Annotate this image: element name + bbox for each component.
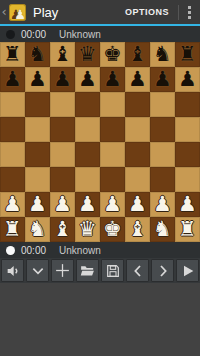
piece-black-pawn[interactable]: ♟ <box>103 67 122 92</box>
piece-black-bishop[interactable]: ♝ <box>53 42 72 67</box>
piece-black-pawn[interactable]: ♟ <box>78 67 97 92</box>
piece-white-bishop[interactable]: ♝ <box>128 217 147 242</box>
back-chevron-icon[interactable]: ‹ <box>0 0 8 24</box>
square-d1[interactable]: ♛ <box>75 217 100 242</box>
piece-white-pawn[interactable]: ♟ <box>128 192 147 217</box>
square-g5[interactable] <box>150 117 175 142</box>
square-a2[interactable]: ♟ <box>0 192 25 217</box>
black-clock: 00:00 <box>21 29 46 40</box>
square-e6[interactable] <box>100 92 125 117</box>
square-h3[interactable] <box>175 167 200 192</box>
piece-white-rook[interactable]: ♜ <box>3 217 22 242</box>
square-g6[interactable] <box>150 92 175 117</box>
square-b2[interactable]: ♟ <box>25 192 50 217</box>
square-f5[interactable] <box>125 117 150 142</box>
square-h2[interactable]: ♟ <box>175 192 200 217</box>
square-e2[interactable]: ♟ <box>100 192 125 217</box>
square-d5[interactable] <box>75 117 100 142</box>
piece-black-pawn[interactable]: ♟ <box>53 67 72 92</box>
square-d3[interactable] <box>75 167 100 192</box>
black-player-row: 00:00 Unknown <box>0 26 200 42</box>
volume-icon <box>5 263 21 279</box>
square-d6[interactable] <box>75 92 100 117</box>
save-button[interactable] <box>101 259 124 282</box>
piece-white-pawn[interactable]: ♟ <box>53 192 72 217</box>
piece-black-knight[interactable]: ♞ <box>28 42 47 67</box>
piece-black-queen[interactable]: ♛ <box>78 42 97 67</box>
square-c3[interactable] <box>50 167 75 192</box>
square-h1[interactable]: ♜ <box>175 217 200 242</box>
toolbar <box>0 258 200 283</box>
piece-black-rook[interactable]: ♜ <box>3 42 22 67</box>
piece-black-pawn[interactable]: ♟ <box>128 67 147 92</box>
white-player-row: 00:00 Unknown <box>0 242 200 258</box>
square-b1[interactable]: ♞ <box>25 217 50 242</box>
square-a3[interactable] <box>0 167 25 192</box>
piece-white-pawn[interactable]: ♟ <box>78 192 97 217</box>
square-d4[interactable] <box>75 142 100 167</box>
options-button[interactable]: OPTIONS <box>125 7 169 17</box>
open-button[interactable] <box>76 259 99 282</box>
square-a5[interactable] <box>0 117 25 142</box>
piece-black-pawn[interactable]: ♟ <box>178 67 197 92</box>
app-icon-light-pawn: ♟ <box>14 8 26 21</box>
square-f6[interactable] <box>125 92 150 117</box>
piece-white-king[interactable]: ♚ <box>103 217 122 242</box>
black-player-name: Unknown <box>59 29 101 40</box>
square-b8[interactable]: ♞ <box>25 42 50 67</box>
page-title: Play <box>33 5 58 20</box>
play-icon <box>180 263 196 279</box>
square-c8[interactable]: ♝ <box>50 42 75 67</box>
volume-button[interactable] <box>1 259 24 282</box>
piece-white-bishop[interactable]: ♝ <box>53 217 72 242</box>
square-a4[interactable] <box>0 142 25 167</box>
square-c4[interactable] <box>50 142 75 167</box>
piece-white-pawn[interactable]: ♟ <box>28 192 47 217</box>
overflow-menu-icon[interactable] <box>179 6 200 19</box>
square-b3[interactable] <box>25 167 50 192</box>
black-turn-indicator <box>6 30 15 39</box>
square-e7[interactable]: ♟ <box>100 67 125 92</box>
square-h4[interactable] <box>175 142 200 167</box>
next-move-button[interactable] <box>151 259 174 282</box>
square-e1[interactable]: ♚ <box>100 217 125 242</box>
square-f3[interactable] <box>125 167 150 192</box>
piece-white-rook[interactable]: ♜ <box>178 217 197 242</box>
square-f7[interactable]: ♟ <box>125 67 150 92</box>
piece-black-knight[interactable]: ♞ <box>153 42 172 67</box>
square-f2[interactable]: ♟ <box>125 192 150 217</box>
plus-icon <box>54 262 71 279</box>
square-h8[interactable]: ♜ <box>175 42 200 67</box>
square-h6[interactable] <box>175 92 200 117</box>
square-d2[interactable]: ♟ <box>75 192 100 217</box>
square-f1[interactable]: ♝ <box>125 217 150 242</box>
chess-app-icon: ♟ ♟ <box>9 4 26 21</box>
piece-black-pawn[interactable]: ♟ <box>3 67 22 92</box>
white-player-name: Unknown <box>59 245 101 256</box>
piece-black-pawn[interactable]: ♟ <box>28 67 47 92</box>
square-c5[interactable] <box>50 117 75 142</box>
square-e5[interactable] <box>100 117 125 142</box>
square-a6[interactable] <box>0 92 25 117</box>
square-a1[interactable]: ♜ <box>0 217 25 242</box>
open-folder-icon <box>79 262 96 279</box>
square-f4[interactable] <box>125 142 150 167</box>
square-d8[interactable]: ♛ <box>75 42 100 67</box>
square-g7[interactable]: ♟ <box>150 67 175 92</box>
square-c2[interactable]: ♟ <box>50 192 75 217</box>
new-game-button[interactable] <box>51 259 74 282</box>
square-f8[interactable]: ♝ <box>125 42 150 67</box>
chevron-down-icon <box>30 263 46 279</box>
square-h7[interactable]: ♟ <box>175 67 200 92</box>
square-b5[interactable] <box>25 117 50 142</box>
square-a7[interactable]: ♟ <box>0 67 25 92</box>
square-b6[interactable] <box>25 92 50 117</box>
piece-black-rook[interactable]: ♜ <box>178 42 197 67</box>
empty-content-area <box>0 283 200 356</box>
square-e3[interactable] <box>100 167 125 192</box>
prev-move-button[interactable] <box>126 259 149 282</box>
square-g2[interactable]: ♟ <box>150 192 175 217</box>
save-icon <box>105 263 121 279</box>
white-turn-indicator <box>6 246 15 255</box>
piece-white-knight[interactable]: ♞ <box>28 217 47 242</box>
chevron-left-icon <box>130 263 146 279</box>
action-bar: ‹ ♟ ♟ Play OPTIONS <box>0 0 200 26</box>
square-a8[interactable]: ♜ <box>0 42 25 67</box>
piece-white-queen[interactable]: ♛ <box>78 217 97 242</box>
square-b7[interactable]: ♟ <box>25 67 50 92</box>
piece-black-king[interactable]: ♚ <box>103 42 122 67</box>
square-g8[interactable]: ♞ <box>150 42 175 67</box>
piece-white-pawn[interactable]: ♟ <box>103 192 122 217</box>
chevron-down-button[interactable] <box>26 259 49 282</box>
piece-white-pawn[interactable]: ♟ <box>3 192 22 217</box>
piece-black-pawn[interactable]: ♟ <box>153 67 172 92</box>
piece-white-pawn[interactable]: ♟ <box>153 192 172 217</box>
square-g4[interactable] <box>150 142 175 167</box>
square-e4[interactable] <box>100 142 125 167</box>
square-g3[interactable] <box>150 167 175 192</box>
square-b4[interactable] <box>25 142 50 167</box>
square-h5[interactable] <box>175 117 200 142</box>
square-c6[interactable] <box>50 92 75 117</box>
square-g1[interactable]: ♞ <box>150 217 175 242</box>
chess-app-screen: ‹ ♟ ♟ Play OPTIONS 00:00 Unknown ♜♞♝♛♚♝♞… <box>0 0 200 356</box>
square-c1[interactable]: ♝ <box>50 217 75 242</box>
piece-white-pawn[interactable]: ♟ <box>178 192 197 217</box>
piece-white-knight[interactable]: ♞ <box>153 217 172 242</box>
square-e8[interactable]: ♚ <box>100 42 125 67</box>
white-clock: 00:00 <box>21 245 46 256</box>
square-c7[interactable]: ♟ <box>50 67 75 92</box>
chevron-right-icon <box>155 263 171 279</box>
play-button[interactable] <box>176 259 199 282</box>
square-d7[interactable]: ♟ <box>75 67 100 92</box>
piece-black-bishop[interactable]: ♝ <box>128 42 147 67</box>
chess-board[interactable]: ♜♞♝♛♚♝♞♜♟♟♟♟♟♟♟♟♟♟♟♟♟♟♟♟♜♞♝♛♚♝♞♜ <box>0 42 200 242</box>
